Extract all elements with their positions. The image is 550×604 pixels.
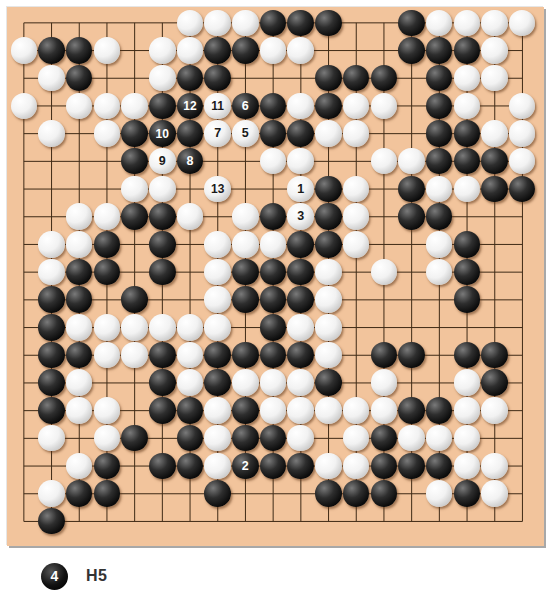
board-point: [370, 203, 398, 231]
board-point: [121, 175, 149, 203]
board-point: [232, 203, 260, 231]
board-point: [425, 37, 453, 65]
stone-white: [481, 10, 508, 37]
stone-black-move-12: 12: [177, 93, 204, 120]
board-point: [370, 286, 398, 314]
board-point: [38, 424, 66, 452]
stone-white: [204, 314, 231, 341]
stone-white: [371, 148, 398, 175]
stone-black: [454, 231, 481, 258]
stone-black: [232, 259, 259, 286]
board-point: [481, 203, 509, 231]
board-point: [370, 480, 398, 508]
stone-black: [454, 259, 481, 286]
board-point: [38, 9, 66, 37]
board-point: [65, 258, 93, 286]
board-point: [38, 258, 66, 286]
board-point: [287, 147, 315, 175]
stone-black: [121, 203, 148, 230]
board-point: [398, 175, 426, 203]
board-point: [259, 341, 287, 369]
stone-white: [315, 120, 342, 147]
board-point: [508, 147, 536, 175]
stone-black: [149, 93, 176, 120]
board-point: [176, 9, 204, 37]
board-point: [65, 9, 93, 37]
stone-white: [94, 203, 121, 230]
board-point: [176, 175, 204, 203]
board-point: [176, 369, 204, 397]
stone-white: [481, 120, 508, 147]
board-point: [425, 314, 453, 342]
board-point: [204, 147, 232, 175]
board-point: 10: [148, 120, 176, 148]
board-point: [315, 120, 343, 148]
board-point: [370, 92, 398, 120]
stone-white: [94, 120, 121, 147]
board-point: [370, 37, 398, 65]
stone-white: [121, 342, 148, 369]
board-point: [398, 341, 426, 369]
stone-black-move-2: 2: [232, 453, 259, 480]
board-point: [342, 424, 370, 452]
board-point: [508, 452, 536, 480]
stone-white: [204, 286, 231, 313]
board-point: [121, 64, 149, 92]
board-point: [453, 9, 481, 37]
stone-white: [315, 286, 342, 313]
stone-black: [371, 480, 398, 507]
board-point: [370, 341, 398, 369]
board-point: [232, 341, 260, 369]
board-point: [342, 480, 370, 508]
board-point: [176, 341, 204, 369]
stone-white: [287, 425, 314, 452]
board-point: [93, 424, 121, 452]
board-point: [38, 231, 66, 259]
board-point: 8: [176, 147, 204, 175]
board-point: [508, 120, 536, 148]
board-point: [287, 452, 315, 480]
board-point: [38, 397, 66, 425]
stone-white: [204, 425, 231, 452]
board-point: [93, 314, 121, 342]
board-point: [508, 480, 536, 508]
board-point: [342, 92, 370, 120]
board-point: [38, 175, 66, 203]
stone-white: [454, 93, 481, 120]
board-point: [342, 175, 370, 203]
stone-black: [260, 120, 287, 147]
board-point: [10, 341, 38, 369]
stone-black: [287, 10, 314, 37]
board-point: [232, 147, 260, 175]
stone-white-move-11: 11: [204, 93, 231, 120]
stone-white: [371, 259, 398, 286]
board-point: [121, 341, 149, 369]
board-point: [204, 314, 232, 342]
board-point: [315, 286, 343, 314]
stone-white: [287, 148, 314, 175]
board-point: [204, 369, 232, 397]
stone-black: [287, 453, 314, 480]
board-point: [10, 480, 38, 508]
stone-black: [260, 286, 287, 313]
board-point: [398, 231, 426, 259]
stone-white: [371, 93, 398, 120]
stone-black: [38, 508, 65, 535]
stone-black: [149, 231, 176, 258]
stone-white: [66, 314, 93, 341]
stone-white: [204, 453, 231, 480]
stone-black: [315, 369, 342, 396]
stone-black: [177, 397, 204, 424]
board-point: [508, 507, 536, 535]
board-point: [176, 120, 204, 148]
board-point: [398, 64, 426, 92]
board-point: [204, 507, 232, 535]
board-point: [121, 203, 149, 231]
stone-white: [177, 10, 204, 37]
board-point: [204, 424, 232, 452]
board-point: [259, 369, 287, 397]
board-point: [342, 341, 370, 369]
board-point: [481, 424, 509, 452]
stone-white: [454, 65, 481, 92]
stone-black-move-8: 8: [177, 148, 204, 175]
board-point: [259, 120, 287, 148]
board-point: [93, 286, 121, 314]
board-point: [453, 286, 481, 314]
board-point: [148, 258, 176, 286]
board-point: [259, 286, 287, 314]
board-point: [425, 452, 453, 480]
stone-black: [149, 453, 176, 480]
board-point: [65, 507, 93, 535]
board-point: [148, 9, 176, 37]
stone-black: [204, 37, 231, 64]
board-point: [315, 147, 343, 175]
board-point: [204, 480, 232, 508]
stone-white: [287, 314, 314, 341]
board-point: [398, 480, 426, 508]
board-point: [453, 175, 481, 203]
stone-white: [260, 231, 287, 258]
board-point: [121, 37, 149, 65]
stone-black: [287, 231, 314, 258]
stone-white: [66, 369, 93, 396]
stone-black: [121, 120, 148, 147]
board-point: [204, 452, 232, 480]
board-point: [38, 480, 66, 508]
stone-white: [343, 453, 370, 480]
board-point: [232, 286, 260, 314]
board-point: [370, 452, 398, 480]
board-point: [481, 64, 509, 92]
board-point: [398, 120, 426, 148]
board-point: [259, 37, 287, 65]
stone-white: [315, 397, 342, 424]
board-point: [287, 64, 315, 92]
board-point: [370, 64, 398, 92]
go-board: 1211610759813132: [7, 7, 544, 546]
stone-white: [343, 231, 370, 258]
board-point: [10, 203, 38, 231]
stone-white-move-3: 3: [287, 203, 314, 230]
stone-white: [315, 314, 342, 341]
stone-black: [426, 397, 453, 424]
board-point: [65, 92, 93, 120]
board-point: [481, 452, 509, 480]
stone-black: [38, 397, 65, 424]
board-point: [38, 92, 66, 120]
board-point: [121, 424, 149, 452]
stone-black: [260, 425, 287, 452]
stone-black: [177, 65, 204, 92]
board-point: 7: [204, 120, 232, 148]
board-point: [65, 341, 93, 369]
board-point: [425, 258, 453, 286]
board-point: [425, 203, 453, 231]
board-point: [481, 314, 509, 342]
board-point: [342, 64, 370, 92]
stone-black: [232, 286, 259, 313]
board-point: [65, 314, 93, 342]
stone-black: [426, 203, 453, 230]
board-point: [508, 341, 536, 369]
board-point: [481, 369, 509, 397]
board-point: [342, 231, 370, 259]
board-point: [398, 203, 426, 231]
board-point: [287, 9, 315, 37]
board-point: [398, 397, 426, 425]
stone-white: [426, 231, 453, 258]
stone-black: [232, 342, 259, 369]
stone-white: [343, 176, 370, 203]
stone-white: [371, 397, 398, 424]
stone-white: [260, 369, 287, 396]
board-point: [453, 92, 481, 120]
stone-white: [66, 397, 93, 424]
board-point: [370, 369, 398, 397]
board-point: [93, 231, 121, 259]
board-point: [508, 231, 536, 259]
stone-white: [66, 453, 93, 480]
board-point: [342, 507, 370, 535]
board-point: [370, 397, 398, 425]
board-point: [38, 341, 66, 369]
board-point: [398, 9, 426, 37]
board-point: [38, 507, 66, 535]
board-point: [508, 37, 536, 65]
board-point: [287, 341, 315, 369]
stone-black: [149, 369, 176, 396]
stone-black: [426, 37, 453, 64]
board-point: [176, 37, 204, 65]
board-point: [176, 286, 204, 314]
board-point: [204, 231, 232, 259]
board-point: [121, 369, 149, 397]
board-point: [425, 64, 453, 92]
board-point: [10, 452, 38, 480]
board-point: [93, 369, 121, 397]
board-point: [259, 507, 287, 535]
stone-black: [260, 453, 287, 480]
stone-white: [454, 369, 481, 396]
board-point: [10, 507, 38, 535]
board-point: [453, 314, 481, 342]
board-point: [259, 452, 287, 480]
stone-black: [149, 259, 176, 286]
board-point: [370, 147, 398, 175]
board-point: [93, 175, 121, 203]
board-point: [38, 147, 66, 175]
board-point: [481, 92, 509, 120]
board-point: [10, 369, 38, 397]
board-point: [121, 286, 149, 314]
board-point: 1: [287, 175, 315, 203]
board-point: [10, 258, 38, 286]
caption-move-number: 4: [51, 568, 59, 584]
board-point: [93, 258, 121, 286]
stone-white-move-9: 9: [149, 148, 176, 175]
stone-black: [398, 176, 425, 203]
board-point: [232, 507, 260, 535]
board-point: [93, 37, 121, 65]
board-point: [453, 397, 481, 425]
stone-black: [121, 425, 148, 452]
stone-black: [66, 65, 93, 92]
board-point: [93, 452, 121, 480]
stone-black: [454, 342, 481, 369]
board-point: [10, 120, 38, 148]
board-point: 9: [148, 147, 176, 175]
stone-white-move-1: 1: [287, 176, 314, 203]
board-point: [10, 64, 38, 92]
stone-white: [38, 120, 65, 147]
stone-black: [315, 203, 342, 230]
stone-black: [38, 342, 65, 369]
board-point: [398, 286, 426, 314]
board-point: [259, 258, 287, 286]
stone-black: [454, 120, 481, 147]
board-point: [287, 258, 315, 286]
stone-black: [509, 176, 536, 203]
stone-black: [149, 397, 176, 424]
board-point: [232, 369, 260, 397]
stone-white: [315, 342, 342, 369]
board-point: [232, 424, 260, 452]
board-point: [10, 397, 38, 425]
board-point: [315, 37, 343, 65]
board-point: [65, 424, 93, 452]
board-point: [65, 175, 93, 203]
stone-white: [509, 10, 536, 37]
stone-white: [177, 203, 204, 230]
stone-white: [232, 231, 259, 258]
stone-white: [426, 10, 453, 37]
board-point: [10, 37, 38, 65]
board-point: [65, 480, 93, 508]
stone-white: [94, 37, 121, 64]
board-point: [398, 147, 426, 175]
board-point: [315, 452, 343, 480]
board-point: [65, 37, 93, 65]
board-point: [232, 480, 260, 508]
stone-black: [149, 203, 176, 230]
caption-move-stone-black: 4: [41, 563, 68, 590]
stone-black: [149, 342, 176, 369]
board-point: [176, 314, 204, 342]
board-point: [425, 286, 453, 314]
board-point: [425, 147, 453, 175]
stone-white: [509, 148, 536, 175]
board-point: [121, 507, 149, 535]
stone-black: [38, 286, 65, 313]
board-point: [342, 9, 370, 37]
stone-white: [232, 369, 259, 396]
stone-black: [315, 480, 342, 507]
board-point: [148, 507, 176, 535]
stone-white: [149, 65, 176, 92]
board-point: [425, 480, 453, 508]
board-point: [65, 286, 93, 314]
board-point: [398, 452, 426, 480]
board-point: [121, 9, 149, 37]
stone-black: [287, 286, 314, 313]
stone-black: [260, 10, 287, 37]
stone-black: [371, 453, 398, 480]
stone-black: [38, 37, 65, 64]
board-point: [398, 37, 426, 65]
stone-white: [94, 314, 121, 341]
board-point: [38, 203, 66, 231]
board-point: [148, 175, 176, 203]
board-point: [287, 37, 315, 65]
stone-black: [481, 176, 508, 203]
board-point: [287, 480, 315, 508]
board-point: [315, 258, 343, 286]
board-point: [10, 147, 38, 175]
board-point: [10, 231, 38, 259]
board-point: [38, 369, 66, 397]
board-point: [315, 203, 343, 231]
board-point: [425, 175, 453, 203]
board-point: [315, 175, 343, 203]
board-point: [38, 37, 66, 65]
stone-black: [260, 314, 287, 341]
board-point: [232, 9, 260, 37]
stone-black: [398, 37, 425, 64]
board-point: [425, 507, 453, 535]
stone-white: [398, 425, 425, 452]
stone-white: [343, 397, 370, 424]
board-point: [287, 231, 315, 259]
board-point: [121, 397, 149, 425]
board-point: [232, 231, 260, 259]
board-point: [148, 64, 176, 92]
stone-black: [177, 120, 204, 147]
board-point: [287, 286, 315, 314]
stone-black: [454, 37, 481, 64]
board-point: [176, 64, 204, 92]
board-point: [10, 9, 38, 37]
board-point: [508, 175, 536, 203]
stone-white: [426, 480, 453, 507]
stone-white: [121, 93, 148, 120]
board-point: [65, 120, 93, 148]
board-point: [148, 452, 176, 480]
